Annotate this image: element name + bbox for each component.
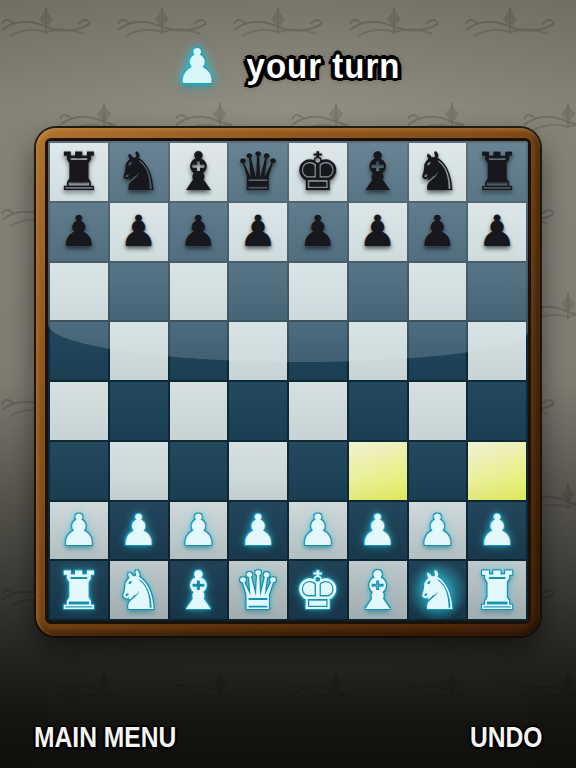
square-g7[interactable]: ♟ xyxy=(409,203,467,261)
square-e1[interactable]: ♚ xyxy=(289,561,347,619)
square-a3[interactable] xyxy=(50,442,108,500)
square-c2[interactable]: ♟ xyxy=(170,502,228,560)
black-pawn[interactable]: ♟ xyxy=(179,210,218,253)
square-b1[interactable]: ♞ xyxy=(110,561,168,619)
square-b5[interactable] xyxy=(110,322,168,380)
square-h7[interactable]: ♟ xyxy=(468,203,526,261)
square-b4[interactable] xyxy=(110,382,168,440)
bottom-action-bar: MAIN MENU UNDO xyxy=(0,706,576,768)
square-f2[interactable]: ♟ xyxy=(349,502,407,560)
square-h1[interactable]: ♜ xyxy=(468,561,526,619)
white-pawn[interactable]: ♟ xyxy=(239,509,278,552)
white-bishop[interactable]: ♝ xyxy=(175,564,223,617)
square-b3[interactable] xyxy=(110,442,168,500)
square-f6[interactable] xyxy=(349,263,407,321)
square-b6[interactable] xyxy=(110,263,168,321)
white-pawn[interactable]: ♟ xyxy=(119,509,158,552)
black-queen[interactable]: ♛ xyxy=(234,145,282,198)
square-e8[interactable]: ♚ xyxy=(289,143,347,201)
square-f5[interactable] xyxy=(349,322,407,380)
square-d3[interactable] xyxy=(229,442,287,500)
square-a6[interactable] xyxy=(50,263,108,321)
square-g3[interactable] xyxy=(409,442,467,500)
square-e7[interactable]: ♟ xyxy=(289,203,347,261)
square-b2[interactable]: ♟ xyxy=(110,502,168,560)
square-g8[interactable]: ♞ xyxy=(409,143,467,201)
square-b7[interactable]: ♟ xyxy=(110,203,168,261)
white-pawn[interactable]: ♟ xyxy=(179,509,218,552)
square-f7[interactable]: ♟ xyxy=(349,203,407,261)
black-pawn[interactable]: ♟ xyxy=(119,210,158,253)
white-knight[interactable]: ♞ xyxy=(115,564,163,617)
square-c1[interactable]: ♝ xyxy=(170,561,228,619)
white-queen[interactable]: ♛ xyxy=(234,564,282,617)
square-e4[interactable] xyxy=(289,382,347,440)
black-pawn[interactable]: ♟ xyxy=(239,210,278,253)
square-d5[interactable] xyxy=(229,322,287,380)
square-g5[interactable] xyxy=(409,322,467,380)
square-c7[interactable]: ♟ xyxy=(170,203,228,261)
turn-indicator: ♟ your turn xyxy=(0,34,576,98)
square-d4[interactable] xyxy=(229,382,287,440)
square-h6[interactable] xyxy=(468,263,526,321)
black-rook[interactable]: ♜ xyxy=(55,145,103,198)
black-knight[interactable]: ♞ xyxy=(414,145,462,198)
white-bishop[interactable]: ♝ xyxy=(354,564,402,617)
square-e2[interactable]: ♟ xyxy=(289,502,347,560)
square-g1[interactable]: ♞ xyxy=(409,561,467,619)
black-rook[interactable]: ♜ xyxy=(473,145,521,198)
square-g6[interactable] xyxy=(409,263,467,321)
white-pawn[interactable]: ♟ xyxy=(299,509,338,552)
square-e6[interactable] xyxy=(289,263,347,321)
square-a5[interactable] xyxy=(50,322,108,380)
white-king[interactable]: ♚ xyxy=(294,564,342,617)
white-pawn[interactable]: ♟ xyxy=(60,509,99,552)
white-pawn[interactable]: ♟ xyxy=(358,509,397,552)
square-e3[interactable] xyxy=(289,442,347,500)
white-pawn[interactable]: ♟ xyxy=(478,509,517,552)
black-pawn[interactable]: ♟ xyxy=(418,210,457,253)
square-a8[interactable]: ♜ xyxy=(50,143,108,201)
square-f8[interactable]: ♝ xyxy=(349,143,407,201)
square-f4[interactable] xyxy=(349,382,407,440)
white-rook[interactable]: ♜ xyxy=(55,564,103,617)
black-bishop[interactable]: ♝ xyxy=(354,145,402,198)
square-h5[interactable] xyxy=(468,322,526,380)
undo-button[interactable]: UNDO xyxy=(469,720,542,755)
square-g2[interactable]: ♟ xyxy=(409,502,467,560)
square-e5[interactable] xyxy=(289,322,347,380)
square-a7[interactable]: ♟ xyxy=(50,203,108,261)
square-c8[interactable]: ♝ xyxy=(170,143,228,201)
chess-app-screen: ♟ your turn ♜♞♝♛♚♝♞♜♟♟♟♟♟♟♟♟♟♟♟♟♟♟♟♟♜♞♝♛… xyxy=(0,0,576,768)
square-a1[interactable]: ♜ xyxy=(50,561,108,619)
square-c3[interactable] xyxy=(170,442,228,500)
square-c6[interactable] xyxy=(170,263,228,321)
square-g4[interactable] xyxy=(409,382,467,440)
chess-board-frame: ♜♞♝♛♚♝♞♜♟♟♟♟♟♟♟♟♟♟♟♟♟♟♟♟♜♞♝♛♚♝♞♜ xyxy=(36,128,540,636)
square-h2[interactable]: ♟ xyxy=(468,502,526,560)
black-pawn[interactable]: ♟ xyxy=(358,210,397,253)
black-pawn[interactable]: ♟ xyxy=(60,210,99,253)
main-menu-button[interactable]: MAIN MENU xyxy=(34,720,176,755)
square-c4[interactable] xyxy=(170,382,228,440)
black-pawn[interactable]: ♟ xyxy=(299,210,338,253)
square-d2[interactable]: ♟ xyxy=(229,502,287,560)
square-c5[interactable] xyxy=(170,322,228,380)
chess-board[interactable]: ♜♞♝♛♚♝♞♜♟♟♟♟♟♟♟♟♟♟♟♟♟♟♟♟♜♞♝♛♚♝♞♜ xyxy=(48,141,528,621)
white-knight[interactable]: ♞ xyxy=(414,564,462,617)
chess-board-area: ♜♞♝♛♚♝♞♜♟♟♟♟♟♟♟♟♟♟♟♟♟♟♟♟♜♞♝♛♚♝♞♜ xyxy=(48,141,528,621)
square-a4[interactable] xyxy=(50,382,108,440)
black-bishop[interactable]: ♝ xyxy=(175,145,223,198)
white-pawn-icon: ♟ xyxy=(176,42,219,90)
square-f3[interactable] xyxy=(349,442,407,500)
square-b8[interactable]: ♞ xyxy=(110,143,168,201)
black-pawn[interactable]: ♟ xyxy=(478,210,517,253)
square-h4[interactable] xyxy=(468,382,526,440)
square-d6[interactable] xyxy=(229,263,287,321)
black-king[interactable]: ♚ xyxy=(294,145,342,198)
black-knight[interactable]: ♞ xyxy=(115,145,163,198)
square-h8[interactable]: ♜ xyxy=(468,143,526,201)
square-d7[interactable]: ♟ xyxy=(229,203,287,261)
square-d8[interactable]: ♛ xyxy=(229,143,287,201)
square-d1[interactable]: ♛ xyxy=(229,561,287,619)
square-h3[interactable] xyxy=(468,442,526,500)
white-pawn[interactable]: ♟ xyxy=(418,509,457,552)
white-rook[interactable]: ♜ xyxy=(473,564,521,617)
square-f1[interactable]: ♝ xyxy=(349,561,407,619)
turn-status-text: your turn xyxy=(247,46,401,86)
square-a2[interactable]: ♟ xyxy=(50,502,108,560)
